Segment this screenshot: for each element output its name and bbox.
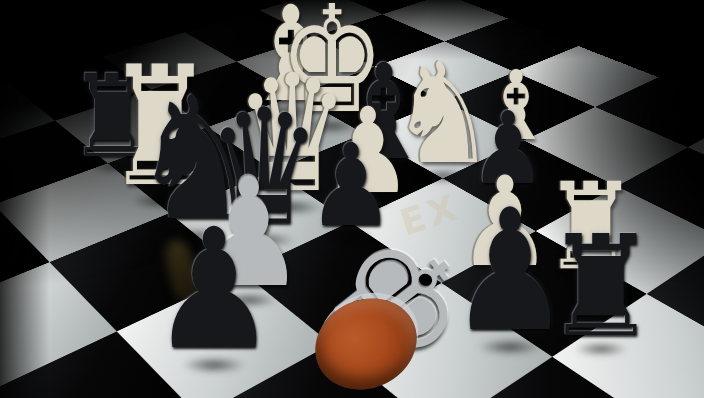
chess-render-scene: EX ♜♜♞♛♛♝♚♝♟♟♞♝♟♟♜♜♟♟♟♚ bbox=[0, 0, 704, 398]
black-rook-right: ♜ bbox=[545, 217, 658, 357]
black-pawn-bottomleft: ♟ bbox=[151, 207, 278, 373]
